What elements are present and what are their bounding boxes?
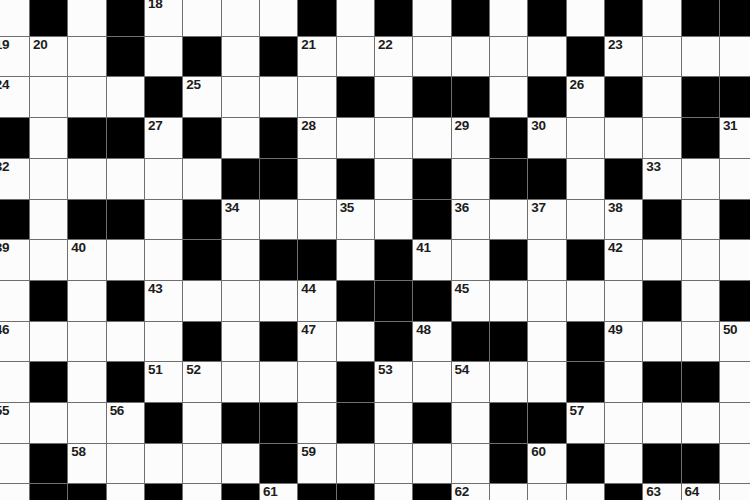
- black-cell-r11c18: [682, 444, 720, 485]
- white-cell-r2c8[interactable]: [298, 77, 336, 118]
- white-cell-r6c6[interactable]: [222, 240, 260, 281]
- black-cell-r12c16: [605, 484, 643, 500]
- white-cell-r1c6[interactable]: [222, 37, 260, 78]
- white-cell-r10c17[interactable]: [643, 403, 681, 444]
- black-cell-r6c10: [375, 240, 413, 281]
- white-cell-r5c18[interactable]: [682, 200, 720, 241]
- white-cell-r6c14[interactable]: [528, 240, 566, 281]
- black-cell-r2c11: [413, 77, 451, 118]
- black-cell-r8c13: [490, 322, 528, 363]
- white-cell-r3c14[interactable]: 30: [528, 118, 566, 159]
- white-cell-r8c1[interactable]: [30, 322, 68, 363]
- black-cell-r6c15: [567, 240, 605, 281]
- white-cell-r6c18[interactable]: [682, 240, 720, 281]
- white-cell-r11c10[interactable]: [375, 444, 413, 485]
- black-cell-r6c5: [183, 240, 221, 281]
- black-cell-r0c18: [682, 0, 720, 37]
- clue-number: 61: [263, 484, 277, 500]
- white-cell-r12c7[interactable]: 61: [260, 484, 298, 500]
- black-cell-r4c14: [528, 159, 566, 200]
- clue-number: 45: [455, 281, 469, 297]
- clue-number: 64: [685, 484, 699, 500]
- clue-number: 54: [455, 362, 469, 378]
- white-cell-r6c9[interactable]: [337, 240, 375, 281]
- white-cell-r5c10[interactable]: [375, 200, 413, 241]
- white-cell-r1c11[interactable]: [413, 37, 451, 78]
- black-cell-r12c8: [298, 484, 336, 500]
- white-cell-r4c19[interactable]: [720, 159, 750, 200]
- white-cell-r0c0[interactable]: [0, 0, 30, 37]
- black-cell-r3c0: [0, 118, 30, 159]
- white-cell-r1c0[interactable]: 19: [0, 37, 30, 78]
- white-cell-r11c0[interactable]: [0, 444, 30, 485]
- white-cell-r4c12[interactable]: [452, 159, 490, 200]
- black-cell-r8c10: [375, 322, 413, 363]
- black-cell-r11c13: [490, 444, 528, 485]
- white-cell-r3c4[interactable]: 27: [145, 118, 183, 159]
- black-cell-r10c4: [145, 403, 183, 444]
- black-cell-r8c15: [567, 322, 605, 363]
- black-cell-r5c2: [68, 200, 106, 241]
- clue-number: 34: [225, 200, 239, 216]
- white-cell-r1c19[interactable]: [720, 37, 750, 78]
- black-cell-r6c8: [298, 240, 336, 281]
- white-cell-r1c8[interactable]: 21: [298, 37, 336, 78]
- clue-number: 62: [455, 484, 469, 500]
- clue-number: 37: [531, 200, 545, 216]
- clue-number: 25: [186, 77, 200, 93]
- white-cell-r8c17[interactable]: [643, 322, 681, 363]
- clue-number: 31: [723, 118, 737, 134]
- black-cell-r9c1: [30, 362, 68, 403]
- white-cell-r10c15[interactable]: 57: [567, 403, 605, 444]
- clue-number: 46: [0, 322, 9, 338]
- white-cell-r0c17[interactable]: [643, 0, 681, 37]
- white-cell-r4c0[interactable]: 32: [0, 159, 30, 200]
- white-cell-r0c15[interactable]: [567, 0, 605, 37]
- white-cell-r7c12[interactable]: 45: [452, 281, 490, 322]
- white-cell-r12c10[interactable]: [375, 484, 413, 500]
- white-cell-r0c5[interactable]: [183, 0, 221, 37]
- white-cell-r1c17[interactable]: [643, 37, 681, 78]
- clue-number: 43: [148, 281, 162, 297]
- white-cell-r2c13[interactable]: [490, 77, 528, 118]
- black-cell-r7c9: [337, 281, 375, 322]
- black-cell-r12c9: [337, 484, 375, 500]
- black-cell-r0c16: [605, 0, 643, 37]
- black-cell-r7c10: [375, 281, 413, 322]
- white-cell-r8c4[interactable]: [145, 322, 183, 363]
- white-cell-r3c17[interactable]: [643, 118, 681, 159]
- white-cell-r0c7[interactable]: [260, 0, 298, 37]
- crossword-grid: 1819202122232425262728293031323334353637…: [0, 0, 750, 500]
- white-cell-r12c19[interactable]: [720, 484, 750, 500]
- white-cell-r10c18[interactable]: [682, 403, 720, 444]
- black-cell-r5c17: [643, 200, 681, 241]
- white-cell-r5c6[interactable]: 34: [222, 200, 260, 241]
- white-cell-r3c12[interactable]: 29: [452, 118, 490, 159]
- white-cell-r2c6[interactable]: [222, 77, 260, 118]
- white-cell-r7c16[interactable]: [605, 281, 643, 322]
- white-cell-r11c8[interactable]: 59: [298, 444, 336, 485]
- clue-number: 22: [378, 37, 392, 53]
- black-cell-r2c12: [452, 77, 490, 118]
- clue-number: 44: [301, 281, 315, 297]
- black-cell-r10c13: [490, 403, 528, 444]
- clue-number: 50: [723, 322, 737, 338]
- white-cell-r12c3[interactable]: [107, 484, 145, 500]
- white-cell-r12c14[interactable]: [528, 484, 566, 500]
- clue-number: 52: [186, 362, 200, 378]
- clue-number: 24: [0, 77, 9, 93]
- white-cell-r9c5[interactable]: 52: [183, 362, 221, 403]
- black-cell-r4c6: [222, 159, 260, 200]
- white-cell-r7c2[interactable]: [68, 281, 106, 322]
- black-cell-r11c17: [643, 444, 681, 485]
- clue-number: 59: [301, 444, 315, 460]
- clue-number: 60: [531, 444, 545, 460]
- white-cell-r4c15[interactable]: [567, 159, 605, 200]
- white-cell-r5c14[interactable]: 37: [528, 200, 566, 241]
- white-cell-r12c18[interactable]: 64: [682, 484, 720, 500]
- black-cell-r4c16: [605, 159, 643, 200]
- black-cell-r8c5: [183, 322, 221, 363]
- clue-number: 39: [0, 240, 9, 256]
- clue-number: 53: [378, 362, 392, 378]
- white-cell-r11c9[interactable]: [337, 444, 375, 485]
- clue-number: 33: [646, 159, 660, 175]
- white-cell-r8c9[interactable]: [337, 322, 375, 363]
- black-cell-r9c9: [337, 362, 375, 403]
- white-cell-r1c9[interactable]: [337, 37, 375, 78]
- white-cell-r7c7[interactable]: [260, 281, 298, 322]
- white-cell-r5c9[interactable]: 35: [337, 200, 375, 241]
- black-cell-r12c2: [68, 484, 106, 500]
- white-cell-r10c5[interactable]: [183, 403, 221, 444]
- black-cell-r5c11: [413, 200, 451, 241]
- white-cell-r1c10[interactable]: 22: [375, 37, 413, 78]
- white-cell-r4c10[interactable]: [375, 159, 413, 200]
- clue-number: 30: [531, 118, 545, 134]
- white-cell-r10c8[interactable]: [298, 403, 336, 444]
- white-cell-r10c1[interactable]: [30, 403, 68, 444]
- white-cell-r8c18[interactable]: [682, 322, 720, 363]
- white-cell-r4c4[interactable]: [145, 159, 183, 200]
- black-cell-r10c14: [528, 403, 566, 444]
- white-cell-r11c3[interactable]: [107, 444, 145, 485]
- white-cell-r11c11[interactable]: [413, 444, 451, 485]
- black-cell-r3c13: [490, 118, 528, 159]
- white-cell-r2c17[interactable]: [643, 77, 681, 118]
- white-cell-r0c11[interactable]: [413, 0, 451, 37]
- black-cell-r7c1: [30, 281, 68, 322]
- white-cell-r9c4[interactable]: 51: [145, 362, 183, 403]
- black-cell-r9c18: [682, 362, 720, 403]
- white-cell-r9c14[interactable]: [528, 362, 566, 403]
- black-cell-r1c7: [260, 37, 298, 78]
- black-cell-r2c9: [337, 77, 375, 118]
- white-cell-r9c16[interactable]: [605, 362, 643, 403]
- clue-number: 29: [455, 118, 469, 134]
- white-cell-r9c10[interactable]: 53: [375, 362, 413, 403]
- black-cell-r5c3: [107, 200, 145, 241]
- black-cell-r5c5: [183, 200, 221, 241]
- white-cell-r11c6[interactable]: [222, 444, 260, 485]
- white-cell-r12c13[interactable]: [490, 484, 528, 500]
- black-cell-r6c13: [490, 240, 528, 281]
- white-cell-r7c8[interactable]: 44: [298, 281, 336, 322]
- white-cell-r1c16[interactable]: 23: [605, 37, 643, 78]
- black-cell-r11c1: [30, 444, 68, 485]
- white-cell-r9c8[interactable]: [298, 362, 336, 403]
- clue-number: 18: [148, 0, 162, 12]
- clue-number: 51: [148, 362, 162, 378]
- white-cell-r7c6[interactable]: [222, 281, 260, 322]
- white-cell-r6c19[interactable]: [720, 240, 750, 281]
- clue-number: 32: [0, 159, 9, 175]
- white-cell-r6c1[interactable]: [30, 240, 68, 281]
- white-cell-r5c1[interactable]: [30, 200, 68, 241]
- white-cell-r6c4[interactable]: [145, 240, 183, 281]
- black-cell-r4c13: [490, 159, 528, 200]
- white-cell-r2c2[interactable]: [68, 77, 106, 118]
- white-cell-r7c13[interactable]: [490, 281, 528, 322]
- white-cell-r12c12[interactable]: 62: [452, 484, 490, 500]
- black-cell-r1c3: [107, 37, 145, 78]
- white-cell-r11c14[interactable]: 60: [528, 444, 566, 485]
- clue-number: 41: [416, 240, 430, 256]
- white-cell-r4c2[interactable]: [68, 159, 106, 200]
- black-cell-r0c3: [107, 0, 145, 37]
- white-cell-r9c7[interactable]: [260, 362, 298, 403]
- white-cell-r0c4[interactable]: 18: [145, 0, 183, 37]
- white-cell-r10c2[interactable]: [68, 403, 106, 444]
- black-cell-r0c8: [298, 0, 336, 37]
- clue-number: 55: [0, 403, 9, 419]
- black-cell-r8c7: [260, 322, 298, 363]
- black-cell-r10c6: [222, 403, 260, 444]
- black-cell-r8c12: [452, 322, 490, 363]
- black-cell-r11c15: [567, 444, 605, 485]
- black-cell-r10c11: [413, 403, 451, 444]
- white-cell-r1c1[interactable]: 20: [30, 37, 68, 78]
- white-cell-r5c16[interactable]: 38: [605, 200, 643, 241]
- white-cell-r8c2[interactable]: [68, 322, 106, 363]
- white-cell-r4c18[interactable]: [682, 159, 720, 200]
- white-cell-r9c13[interactable]: [490, 362, 528, 403]
- white-cell-r6c3[interactable]: [107, 240, 145, 281]
- white-cell-r9c6[interactable]: [222, 362, 260, 403]
- white-cell-r2c5[interactable]: 25: [183, 77, 221, 118]
- black-cell-r4c9: [337, 159, 375, 200]
- white-cell-r8c3[interactable]: [107, 322, 145, 363]
- white-cell-r9c12[interactable]: 54: [452, 362, 490, 403]
- clue-number: 47: [301, 322, 315, 338]
- black-cell-r2c16: [605, 77, 643, 118]
- white-cell-r5c7[interactable]: [260, 200, 298, 241]
- white-cell-r5c8[interactable]: [298, 200, 336, 241]
- black-cell-r3c2: [68, 118, 106, 159]
- white-cell-r8c6[interactable]: [222, 322, 260, 363]
- black-cell-r7c19: [720, 281, 750, 322]
- white-cell-r1c12[interactable]: [452, 37, 490, 78]
- white-cell-r12c17[interactable]: 63: [643, 484, 681, 500]
- white-cell-r2c1[interactable]: [30, 77, 68, 118]
- white-cell-r0c9[interactable]: [337, 0, 375, 37]
- white-cell-r4c1[interactable]: [30, 159, 68, 200]
- white-cell-r11c16[interactable]: [605, 444, 643, 485]
- black-cell-r2c14: [528, 77, 566, 118]
- black-cell-r12c6: [222, 484, 260, 500]
- white-cell-r4c17[interactable]: 33: [643, 159, 681, 200]
- white-cell-r6c16[interactable]: 42: [605, 240, 643, 281]
- black-cell-r2c19: [720, 77, 750, 118]
- black-cell-r11c7: [260, 444, 298, 485]
- black-cell-r10c9: [337, 403, 375, 444]
- white-cell-r11c4[interactable]: [145, 444, 183, 485]
- white-cell-r11c2[interactable]: 58: [68, 444, 106, 485]
- clue-number: 48: [416, 322, 430, 338]
- clue-number: 49: [608, 322, 622, 338]
- white-cell-r8c11[interactable]: 48: [413, 322, 451, 363]
- clue-number: 26: [570, 77, 584, 93]
- black-cell-r7c11: [413, 281, 451, 322]
- white-cell-r1c4[interactable]: [145, 37, 183, 78]
- white-cell-r6c12[interactable]: [452, 240, 490, 281]
- white-cell-r6c2[interactable]: 40: [68, 240, 106, 281]
- white-cell-r8c14[interactable]: [528, 322, 566, 363]
- white-cell-r4c3[interactable]: [107, 159, 145, 200]
- white-cell-r1c13[interactable]: [490, 37, 528, 78]
- white-cell-r5c12[interactable]: 36: [452, 200, 490, 241]
- clue-number: 38: [608, 200, 622, 216]
- white-cell-r7c0[interactable]: [0, 281, 30, 322]
- white-cell-r3c19[interactable]: 31: [720, 118, 750, 159]
- black-cell-r2c4: [145, 77, 183, 118]
- black-cell-r1c15: [567, 37, 605, 78]
- white-cell-r12c5[interactable]: [183, 484, 221, 500]
- white-cell-r12c15[interactable]: [567, 484, 605, 500]
- white-cell-r7c14[interactable]: [528, 281, 566, 322]
- white-cell-r11c19[interactable]: [720, 444, 750, 485]
- white-cell-r10c19[interactable]: [720, 403, 750, 444]
- white-cell-r5c13[interactable]: [490, 200, 528, 241]
- white-cell-r3c1[interactable]: [30, 118, 68, 159]
- white-cell-r10c16[interactable]: [605, 403, 643, 444]
- white-cell-r8c0[interactable]: 46: [0, 322, 30, 363]
- white-cell-r11c12[interactable]: [452, 444, 490, 485]
- white-cell-r2c0[interactable]: 24: [0, 77, 30, 118]
- white-cell-r3c16[interactable]: [605, 118, 643, 159]
- white-cell-r8c19[interactable]: 50: [720, 322, 750, 363]
- white-cell-r10c3[interactable]: 56: [107, 403, 145, 444]
- white-cell-r11c5[interactable]: [183, 444, 221, 485]
- white-cell-r3c10[interactable]: [375, 118, 413, 159]
- white-cell-r6c11[interactable]: 41: [413, 240, 451, 281]
- black-cell-r0c19: [720, 0, 750, 37]
- white-cell-r8c16[interactable]: 49: [605, 322, 643, 363]
- white-cell-r6c17[interactable]: [643, 240, 681, 281]
- white-cell-r0c2[interactable]: [68, 0, 106, 37]
- white-cell-r4c5[interactable]: [183, 159, 221, 200]
- clue-number: 28: [301, 118, 315, 134]
- white-cell-r7c18[interactable]: [682, 281, 720, 322]
- black-cell-r4c7: [260, 159, 298, 200]
- black-cell-r5c0: [0, 200, 30, 241]
- white-cell-r8c8[interactable]: 47: [298, 322, 336, 363]
- white-cell-r10c10[interactable]: [375, 403, 413, 444]
- white-cell-r2c7[interactable]: [260, 77, 298, 118]
- clue-number: 63: [646, 484, 660, 500]
- white-cell-r7c15[interactable]: [567, 281, 605, 322]
- white-cell-r4c8[interactable]: [298, 159, 336, 200]
- white-cell-r7c4[interactable]: 43: [145, 281, 183, 322]
- black-cell-r0c10: [375, 0, 413, 37]
- clue-number: 23: [608, 37, 622, 53]
- white-cell-r10c12[interactable]: [452, 403, 490, 444]
- black-cell-r10c7: [260, 403, 298, 444]
- black-cell-r7c3: [107, 281, 145, 322]
- black-cell-r3c18: [682, 118, 720, 159]
- clue-number: 19: [0, 37, 9, 53]
- white-cell-r12c0[interactable]: [0, 484, 30, 500]
- white-cell-r3c9[interactable]: [337, 118, 375, 159]
- black-cell-r12c1: [30, 484, 68, 500]
- white-cell-r7c5[interactable]: [183, 281, 221, 322]
- white-cell-r10c0[interactable]: 55: [0, 403, 30, 444]
- black-cell-r5c19: [720, 200, 750, 241]
- white-cell-r9c11[interactable]: [413, 362, 451, 403]
- black-cell-r4c11: [413, 159, 451, 200]
- white-cell-r3c11[interactable]: [413, 118, 451, 159]
- clue-number: 20: [33, 37, 47, 53]
- white-cell-r6c0[interactable]: 39: [0, 240, 30, 281]
- white-cell-r3c6[interactable]: [222, 118, 260, 159]
- black-cell-r1c5: [183, 37, 221, 78]
- white-cell-r0c6[interactable]: [222, 0, 260, 37]
- black-cell-r3c7: [260, 118, 298, 159]
- black-cell-r0c1: [30, 0, 68, 37]
- black-cell-r12c4: [145, 484, 183, 500]
- white-cell-r9c2[interactable]: [68, 362, 106, 403]
- white-cell-r3c8[interactable]: 28: [298, 118, 336, 159]
- white-cell-r1c14[interactable]: [528, 37, 566, 78]
- clue-number: 35: [340, 200, 354, 216]
- clue-number: 27: [148, 118, 162, 134]
- white-cell-r2c3[interactable]: [107, 77, 145, 118]
- white-cell-r0c13[interactable]: [490, 0, 528, 37]
- clue-number: 56: [110, 403, 124, 419]
- white-cell-r5c4[interactable]: [145, 200, 183, 241]
- white-cell-r1c2[interactable]: [68, 37, 106, 78]
- black-cell-r0c12: [452, 0, 490, 37]
- clue-number: 57: [570, 403, 584, 419]
- white-cell-r3c15[interactable]: [567, 118, 605, 159]
- white-cell-r2c10[interactable]: [375, 77, 413, 118]
- white-cell-r9c19[interactable]: [720, 362, 750, 403]
- white-cell-r9c0[interactable]: [0, 362, 30, 403]
- clue-number: 21: [301, 37, 315, 53]
- clue-number: 40: [71, 240, 85, 256]
- black-cell-r6c7: [260, 240, 298, 281]
- black-cell-r12c11: [413, 484, 451, 500]
- crossword-screenshot: 1819202122232425262728293031323334353637…: [0, 0, 750, 500]
- white-cell-r1c18[interactable]: [682, 37, 720, 78]
- white-cell-r5c15[interactable]: [567, 200, 605, 241]
- clue-number: 58: [71, 444, 85, 460]
- white-cell-r2c15[interactable]: 26: [567, 77, 605, 118]
- black-cell-r2c18: [682, 77, 720, 118]
